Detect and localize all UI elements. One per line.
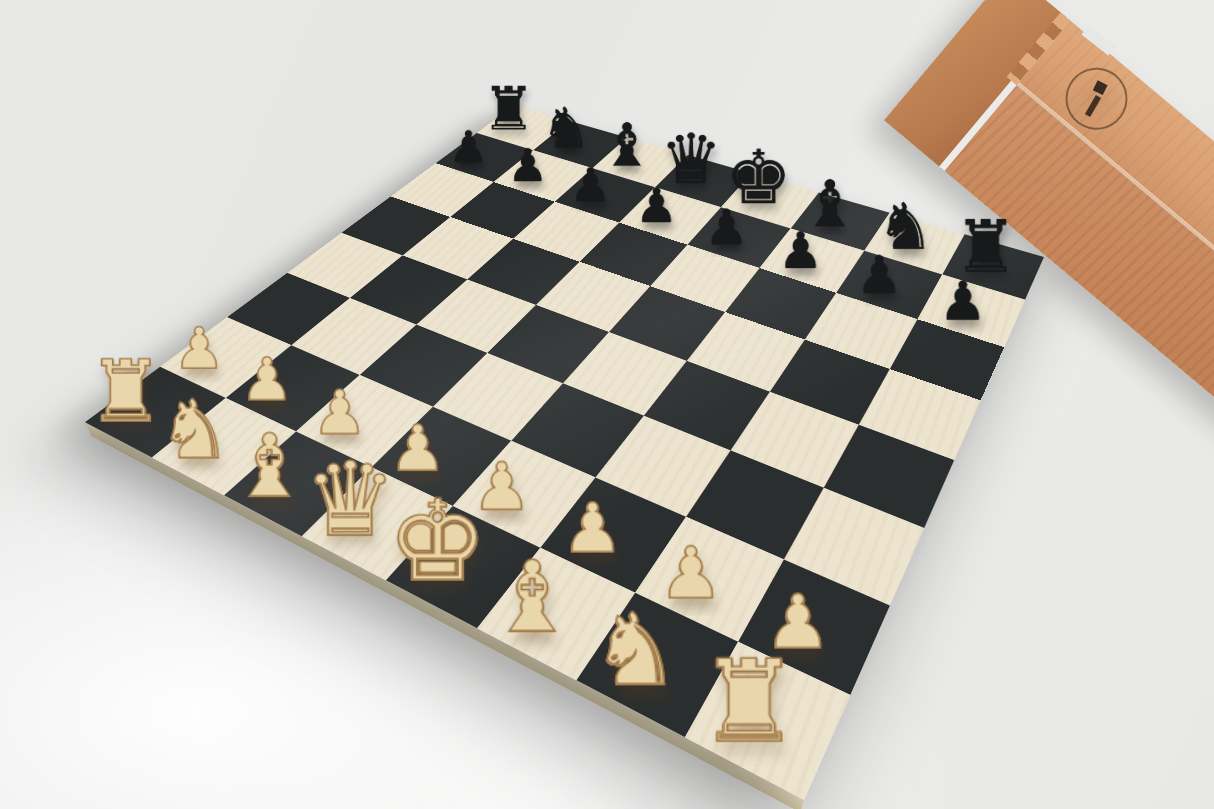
white-pawn: ♟	[312, 383, 367, 444]
white-king: ♚	[387, 484, 487, 596]
white-pawn: ♟	[389, 417, 446, 480]
white-knight: ♞	[158, 389, 231, 470]
black-rook: ♜	[482, 79, 535, 138]
studio-table: { "game": { "name": "chess", "set_style"…	[0, 0, 1214, 809]
white-bishop: ♝	[488, 548, 576, 646]
chess-board: ♜♞♝♛♚♝♞♜♟♟♟♟♟♟♟♟♟♟♟♟♟♟♟♟♜♞♝♛♚♝♞♜	[85, 105, 1044, 800]
black-knight: ♞	[541, 100, 591, 156]
black-pawn: ♟	[777, 226, 822, 277]
black-pawn: ♟	[938, 275, 986, 329]
square-h1[interactable]: ♜	[685, 642, 850, 800]
black-pawn: ♟	[635, 182, 678, 230]
black-pawn: ♟	[569, 162, 611, 208]
white-rook: ♜	[87, 349, 163, 434]
white-bishop: ♝	[230, 422, 308, 508]
black-pawn: ♟	[448, 126, 487, 170]
white-pawn: ♟	[240, 350, 293, 409]
black-pawn: ♟	[704, 203, 748, 252]
white-pawn: ♟	[173, 320, 224, 377]
white-knight: ♞	[591, 600, 680, 699]
black-pawn: ♟	[507, 143, 548, 188]
board-grid: ♜♞♝♛♚♝♞♜♟♟♟♟♟♟♟♟♟♟♟♟♟♟♟♟♜♞♝♛♚♝♞♜	[85, 105, 1044, 800]
white-rook: ♜	[697, 645, 798, 758]
black-pawn: ♟	[855, 250, 902, 302]
white-queen: ♛	[304, 448, 396, 550]
board-scene: ♜♞♝♛♚♝♞♜♟♟♟♟♟♟♟♟♟♟♟♟♟♟♟♟♜♞♝♛♚♝♞♜	[261, 0, 957, 680]
